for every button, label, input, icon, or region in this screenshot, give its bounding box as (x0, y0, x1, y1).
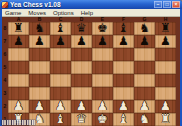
piece-black-pawn[interactable]: ♟ (160, 35, 171, 48)
square-d6[interactable] (71, 48, 92, 61)
close-button[interactable]: × (172, 1, 180, 8)
rank-row-4: 4 (2, 74, 180, 87)
square-h4[interactable] (155, 74, 176, 87)
square-a6[interactable] (8, 48, 29, 61)
square-h7[interactable]: ♟ (155, 35, 176, 48)
piece-black-pawn[interactable]: ♟ (34, 35, 45, 48)
piece-white-king[interactable]: ♚ (97, 113, 108, 126)
square-c1[interactable]: ♝ (50, 113, 71, 126)
app-icon (2, 2, 8, 8)
rank-row-3: 3 (2, 87, 180, 100)
rank-row-6: 6 (2, 48, 180, 61)
menu-item-options[interactable]: Options (50, 9, 78, 17)
menu-item-game[interactable]: Game (2, 9, 25, 17)
menu-bar: Game Moves Options Help (2, 9, 180, 17)
watermark-strip (1, 120, 35, 125)
piece-black-pawn[interactable]: ♟ (55, 35, 66, 48)
square-f4[interactable] (113, 74, 134, 87)
piece-black-pawn[interactable]: ♟ (76, 35, 87, 48)
piece-white-rook[interactable]: ♜ (160, 113, 171, 126)
window-content: Game Moves Options Help ABCDEFGH 8♜♞♝♛♚♝… (2, 9, 180, 126)
piece-black-pawn[interactable]: ♟ (139, 35, 150, 48)
square-g6[interactable] (134, 48, 155, 61)
square-g7[interactable]: ♟ (134, 35, 155, 48)
piece-white-bishop[interactable]: ♝ (118, 113, 129, 126)
piece-black-pawn[interactable]: ♟ (118, 35, 129, 48)
square-f1[interactable]: ♝ (113, 113, 134, 126)
square-g4[interactable] (134, 74, 155, 87)
square-d5[interactable] (71, 61, 92, 74)
square-c6[interactable] (50, 48, 71, 61)
square-a4[interactable] (8, 74, 29, 87)
board: ABCDEFGH 8♜♞♝♛♚♝♞♜7♟♟♟♟♟♟♟♟65432♟♟♟♟♟♟♟♟… (2, 17, 180, 126)
square-h6[interactable] (155, 48, 176, 61)
piece-black-pawn[interactable]: ♟ (13, 35, 24, 48)
square-d1[interactable]: ♛ (71, 113, 92, 126)
app-window: Yea Chess v1.08 – □ × Game Moves Options… (0, 0, 182, 126)
square-f6[interactable] (113, 48, 134, 61)
square-a7[interactable]: ♟ (8, 35, 29, 48)
square-f5[interactable] (113, 61, 134, 74)
maximize-button[interactable]: □ (163, 1, 171, 8)
square-f7[interactable]: ♟ (113, 35, 134, 48)
square-e4[interactable] (92, 74, 113, 87)
square-g5[interactable] (134, 61, 155, 74)
rank-row-5: 5 (2, 61, 180, 74)
square-b4[interactable] (29, 74, 50, 87)
window-controls: – □ × (154, 1, 180, 8)
square-e7[interactable]: ♟ (92, 35, 113, 48)
square-h5[interactable] (155, 61, 176, 74)
square-d4[interactable] (71, 74, 92, 87)
rank-row-7: 7♟♟♟♟♟♟♟♟ (2, 35, 180, 48)
piece-black-pawn[interactable]: ♟ (97, 35, 108, 48)
square-c4[interactable] (50, 74, 71, 87)
piece-white-queen[interactable]: ♛ (76, 113, 87, 126)
square-e5[interactable] (92, 61, 113, 74)
square-c7[interactable]: ♟ (50, 35, 71, 48)
piece-white-knight[interactable]: ♞ (139, 113, 150, 126)
square-h1[interactable]: ♜ (155, 113, 176, 126)
minimize-button[interactable]: – (154, 1, 162, 8)
square-e1[interactable]: ♚ (92, 113, 113, 126)
square-b6[interactable] (29, 48, 50, 61)
square-a5[interactable] (8, 61, 29, 74)
square-e6[interactable] (92, 48, 113, 61)
square-d7[interactable]: ♟ (71, 35, 92, 48)
square-c5[interactable] (50, 61, 71, 74)
square-b7[interactable]: ♟ (29, 35, 50, 48)
square-g1[interactable]: ♞ (134, 113, 155, 126)
square-b5[interactable] (29, 61, 50, 74)
rank-row-8: 8♜♞♝♛♚♝♞♜ (2, 22, 180, 35)
piece-white-bishop[interactable]: ♝ (55, 113, 66, 126)
piece-white-knight[interactable]: ♞ (34, 113, 45, 126)
rank-row-2: 2♟♟♟♟♟♟♟♟ (2, 100, 180, 113)
